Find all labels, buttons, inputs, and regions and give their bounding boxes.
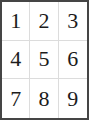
number-grid-board: 1 2 3 4 5 6 7 8 9 [0, 0, 89, 120]
cell-r2c3[interactable]: 6 [59, 41, 87, 80]
cell-r1c1[interactable]: 1 [2, 2, 30, 41]
cell-r2c1[interactable]: 4 [2, 41, 30, 80]
cell-r3c1[interactable]: 7 [2, 79, 30, 118]
cell-r2c2[interactable]: 5 [30, 41, 58, 80]
cell-r3c3[interactable]: 9 [59, 79, 87, 118]
cell-r1c2[interactable]: 2 [30, 2, 58, 41]
cell-r3c2[interactable]: 8 [30, 79, 58, 118]
cell-r1c3[interactable]: 3 [59, 2, 87, 41]
